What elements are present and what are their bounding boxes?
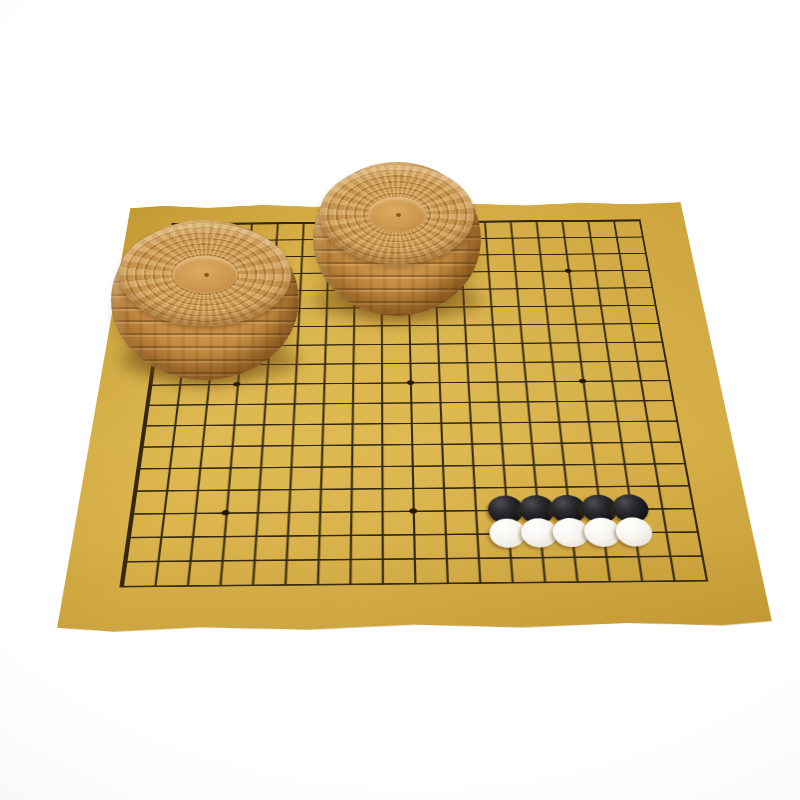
star-point (564, 269, 571, 273)
bowl-lid-center (368, 197, 427, 232)
star-point (579, 378, 587, 383)
star-point (222, 510, 230, 515)
board-perspective-wrap (0, 0, 800, 800)
white-stone[interactable] (614, 517, 654, 546)
bowl-lid-dot (396, 213, 401, 217)
bowl-lid (119, 223, 292, 325)
bowl-lid-dot (204, 273, 209, 277)
star-point (233, 382, 240, 387)
star-point (406, 380, 413, 385)
bowl-lid-center (172, 256, 238, 293)
go-set-product-photo (0, 0, 800, 800)
star-point (409, 508, 417, 513)
stone-bowl-right (313, 162, 481, 316)
bowl-lid (320, 165, 475, 264)
stone-bowl-left (111, 220, 299, 380)
